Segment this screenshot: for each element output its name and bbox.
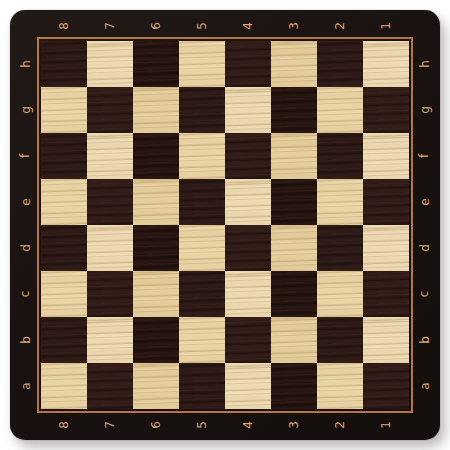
square-a8[interactable] bbox=[41, 363, 87, 409]
square-a3[interactable] bbox=[271, 363, 317, 409]
rank-label-7: 7 bbox=[104, 22, 116, 30]
square-e8[interactable] bbox=[41, 179, 87, 225]
square-h1[interactable] bbox=[363, 41, 409, 87]
square-b7[interactable] bbox=[87, 317, 133, 363]
square-f7[interactable] bbox=[87, 133, 133, 179]
file-label-e: e bbox=[418, 198, 430, 205]
square-a1[interactable] bbox=[363, 363, 409, 409]
square-b8[interactable] bbox=[41, 317, 87, 363]
file-label-h: h bbox=[19, 60, 31, 68]
rank-label-8: 8 bbox=[58, 421, 70, 429]
square-b6[interactable] bbox=[133, 317, 179, 363]
chessboard: 87654321 87654321 hgfedcba hgfedcba bbox=[10, 10, 440, 440]
square-c5[interactable] bbox=[179, 271, 225, 317]
square-b3[interactable] bbox=[271, 317, 317, 363]
rank-label-5: 5 bbox=[196, 421, 208, 429]
square-e6[interactable] bbox=[133, 179, 179, 225]
square-f2[interactable] bbox=[317, 133, 363, 179]
square-c8[interactable] bbox=[41, 271, 87, 317]
file-labels-left: hgfedcba bbox=[11, 41, 40, 409]
square-d1[interactable] bbox=[363, 225, 409, 271]
square-a6[interactable] bbox=[133, 363, 179, 409]
square-b1[interactable] bbox=[363, 317, 409, 363]
square-h5[interactable] bbox=[179, 41, 225, 87]
square-c4[interactable] bbox=[225, 271, 271, 317]
square-g3[interactable] bbox=[271, 87, 317, 133]
square-e4[interactable] bbox=[225, 179, 271, 225]
file-label-a: a bbox=[418, 382, 430, 389]
board-squares-grid bbox=[41, 41, 409, 409]
square-g1[interactable] bbox=[363, 87, 409, 133]
rank-label-6: 6 bbox=[150, 421, 162, 429]
square-c1[interactable] bbox=[363, 271, 409, 317]
square-b5[interactable] bbox=[179, 317, 225, 363]
square-g7[interactable] bbox=[87, 87, 133, 133]
rank-label-8: 8 bbox=[58, 22, 70, 30]
rank-label-2: 2 bbox=[334, 421, 346, 429]
rank-label-3: 3 bbox=[288, 22, 300, 30]
square-e7[interactable] bbox=[87, 179, 133, 225]
square-d2[interactable] bbox=[317, 225, 363, 271]
square-d8[interactable] bbox=[41, 225, 87, 271]
square-a4[interactable] bbox=[225, 363, 271, 409]
square-f8[interactable] bbox=[41, 133, 87, 179]
square-d5[interactable] bbox=[179, 225, 225, 271]
rank-label-7: 7 bbox=[104, 421, 116, 429]
square-g2[interactable] bbox=[317, 87, 363, 133]
square-d6[interactable] bbox=[133, 225, 179, 271]
file-label-d: d bbox=[419, 244, 431, 252]
square-h2[interactable] bbox=[317, 41, 363, 87]
rank-label-4: 4 bbox=[242, 22, 254, 30]
square-c7[interactable] bbox=[87, 271, 133, 317]
file-label-f: f bbox=[19, 154, 31, 158]
square-b4[interactable] bbox=[225, 317, 271, 363]
square-g6[interactable] bbox=[133, 87, 179, 133]
file-label-c: c bbox=[418, 291, 430, 298]
file-label-g: g bbox=[419, 106, 431, 114]
square-c6[interactable] bbox=[133, 271, 179, 317]
square-g8[interactable] bbox=[41, 87, 87, 133]
square-h3[interactable] bbox=[271, 41, 317, 87]
square-d7[interactable] bbox=[87, 225, 133, 271]
square-h8[interactable] bbox=[41, 41, 87, 87]
file-label-d: d bbox=[20, 244, 32, 252]
square-e2[interactable] bbox=[317, 179, 363, 225]
square-a2[interactable] bbox=[317, 363, 363, 409]
square-a7[interactable] bbox=[87, 363, 133, 409]
rank-label-3: 3 bbox=[288, 421, 300, 429]
file-label-f: f bbox=[418, 154, 430, 158]
rank-label-2: 2 bbox=[334, 22, 346, 30]
square-f1[interactable] bbox=[363, 133, 409, 179]
square-f5[interactable] bbox=[179, 133, 225, 179]
rank-label-1: 1 bbox=[380, 421, 392, 429]
file-label-c: c bbox=[19, 291, 31, 298]
square-g5[interactable] bbox=[179, 87, 225, 133]
square-c3[interactable] bbox=[271, 271, 317, 317]
rank-labels-bottom: 87654321 bbox=[41, 410, 409, 439]
square-b2[interactable] bbox=[317, 317, 363, 363]
square-e5[interactable] bbox=[179, 179, 225, 225]
square-d3[interactable] bbox=[271, 225, 317, 271]
rank-label-6: 6 bbox=[150, 22, 162, 30]
rank-label-5: 5 bbox=[196, 22, 208, 30]
square-f3[interactable] bbox=[271, 133, 317, 179]
file-labels-right: hgfedcba bbox=[410, 41, 439, 409]
file-label-b: b bbox=[419, 336, 431, 344]
file-label-h: h bbox=[418, 60, 430, 68]
square-e1[interactable] bbox=[363, 179, 409, 225]
square-f6[interactable] bbox=[133, 133, 179, 179]
square-g4[interactable] bbox=[225, 87, 271, 133]
file-label-g: g bbox=[20, 106, 32, 114]
square-h4[interactable] bbox=[225, 41, 271, 87]
file-label-e: e bbox=[19, 198, 31, 205]
file-label-a: a bbox=[19, 382, 31, 389]
square-a5[interactable] bbox=[179, 363, 225, 409]
square-d4[interactable] bbox=[225, 225, 271, 271]
square-e3[interactable] bbox=[271, 179, 317, 225]
rank-labels-top: 87654321 bbox=[41, 11, 409, 40]
file-label-b: b bbox=[20, 336, 32, 344]
rank-label-1: 1 bbox=[380, 22, 392, 30]
square-f4[interactable] bbox=[225, 133, 271, 179]
square-h6[interactable] bbox=[133, 41, 179, 87]
rank-label-4: 4 bbox=[242, 421, 254, 429]
square-c2[interactable] bbox=[317, 271, 363, 317]
square-h7[interactable] bbox=[87, 41, 133, 87]
